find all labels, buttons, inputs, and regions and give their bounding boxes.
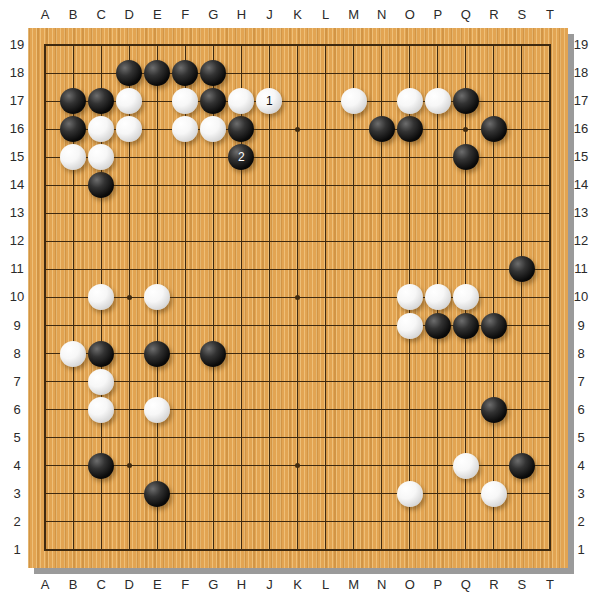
col-label-top: H: [228, 7, 254, 23]
white-stone: [341, 88, 367, 114]
black-stone: [481, 116, 507, 142]
white-stone: [116, 88, 142, 114]
row-label-left: 16: [4, 121, 30, 137]
col-label-bottom: M: [341, 577, 367, 593]
col-label-bottom: J: [256, 577, 282, 593]
row-label-right: 14: [568, 177, 594, 193]
row-label-right: 17: [568, 93, 594, 109]
col-label-top: D: [116, 7, 142, 23]
row-label-left: 15: [4, 149, 30, 165]
col-label-bottom: H: [228, 577, 254, 593]
col-label-bottom: O: [397, 577, 423, 593]
row-label-right: 12: [568, 233, 594, 249]
col-label-top: E: [144, 7, 170, 23]
col-label-top: J: [256, 7, 282, 23]
white-stone: [116, 116, 142, 142]
col-label-bottom: Q: [453, 577, 479, 593]
row-label-right: 7: [568, 374, 594, 390]
row-label-left: 13: [4, 205, 30, 221]
black-stone: [144, 341, 170, 367]
white-stone: [397, 88, 423, 114]
col-label-bottom: N: [369, 577, 395, 593]
white-stone: [481, 481, 507, 507]
col-label-top: M: [341, 7, 367, 23]
grid-line-horizontal: [44, 353, 551, 354]
row-label-left: 6: [4, 402, 30, 418]
row-label-right: 4: [568, 458, 594, 474]
star-point: [127, 463, 132, 468]
row-label-left: 18: [4, 65, 30, 81]
col-label-bottom: B: [60, 577, 86, 593]
col-label-bottom: L: [313, 577, 339, 593]
col-label-top: T: [537, 7, 563, 23]
row-label-left: 3: [4, 486, 30, 502]
row-label-left: 9: [4, 318, 30, 334]
black-stone: [397, 116, 423, 142]
white-stone: [200, 116, 226, 142]
col-label-bottom: T: [537, 577, 563, 593]
white-stone: [228, 88, 254, 114]
row-label-right: 11: [568, 261, 594, 277]
white-stone: [88, 284, 114, 310]
grid-line-horizontal: [44, 437, 551, 438]
grid-line-vertical: [325, 44, 326, 551]
row-label-left: 4: [4, 458, 30, 474]
white-stone: [144, 397, 170, 423]
move-number-label: 2: [228, 144, 254, 170]
black-stone: [116, 60, 142, 86]
white-stone: [453, 284, 479, 310]
black-stone: [60, 116, 86, 142]
row-label-left: 10: [4, 289, 30, 305]
row-label-left: 2: [4, 514, 30, 530]
black-stone: [509, 256, 535, 282]
col-label-bottom: E: [144, 577, 170, 593]
black-stone: [228, 116, 254, 142]
white-stone: [60, 341, 86, 367]
grid-line-vertical: [549, 44, 551, 551]
col-label-top: O: [397, 7, 423, 23]
grid-line-horizontal: [44, 493, 551, 494]
white-stone: [397, 284, 423, 310]
white-stone: [88, 116, 114, 142]
row-label-right: 15: [568, 149, 594, 165]
black-stone: [481, 313, 507, 339]
row-label-right: 10: [568, 289, 594, 305]
white-stone: [172, 116, 198, 142]
white-stone: [172, 88, 198, 114]
row-label-right: 5: [568, 430, 594, 446]
row-label-right: 8: [568, 346, 594, 362]
black-stone: [453, 144, 479, 170]
black-stone: [172, 60, 198, 86]
black-stone: [509, 453, 535, 479]
white-stone: [88, 144, 114, 170]
white-stone: [144, 284, 170, 310]
black-stone: [144, 481, 170, 507]
row-label-left: 14: [4, 177, 30, 193]
col-label-top: G: [200, 7, 226, 23]
row-label-left: 12: [4, 233, 30, 249]
white-stone: [88, 369, 114, 395]
grid-line-vertical: [353, 44, 354, 551]
row-label-right: 1: [568, 542, 594, 558]
grid-line-horizontal: [44, 409, 551, 410]
black-stone: [144, 60, 170, 86]
col-label-bottom: R: [481, 577, 507, 593]
grid-line-horizontal: [44, 521, 551, 522]
row-label-right: 13: [568, 205, 594, 221]
star-point: [295, 295, 300, 300]
col-label-bottom: S: [509, 577, 535, 593]
black-stone: [88, 172, 114, 198]
row-label-left: 19: [4, 37, 30, 53]
row-label-right: 18: [568, 65, 594, 81]
black-stone: [481, 397, 507, 423]
black-stone: [369, 116, 395, 142]
row-label-left: 8: [4, 346, 30, 362]
white-stone: [88, 397, 114, 423]
black-stone: [88, 453, 114, 479]
white-stone: [397, 481, 423, 507]
row-label-right: 9: [568, 318, 594, 334]
col-label-bottom: P: [425, 577, 451, 593]
col-label-bottom: F: [172, 577, 198, 593]
col-label-top: L: [313, 7, 339, 23]
go-diagram-page: 21 AABBCCDDEEFFGGHHJJKKLLMMNNOOPPQQRRSST…: [0, 0, 600, 600]
col-label-top: B: [60, 7, 86, 23]
black-stone: 2: [228, 144, 254, 170]
col-label-top: P: [425, 7, 451, 23]
white-stone: [397, 313, 423, 339]
black-stone: [453, 88, 479, 114]
black-stone: [88, 88, 114, 114]
move-number-label: 1: [256, 88, 282, 114]
black-stone: [425, 313, 451, 339]
black-stone: [200, 341, 226, 367]
row-label-right: 19: [568, 37, 594, 53]
col-label-bottom: A: [32, 577, 58, 593]
col-label-bottom: D: [116, 577, 142, 593]
row-label-left: 11: [4, 261, 30, 277]
black-stone: [200, 60, 226, 86]
black-stone: [200, 88, 226, 114]
row-label-right: 3: [568, 486, 594, 502]
white-stone: [453, 453, 479, 479]
black-stone: [60, 88, 86, 114]
row-label-left: 7: [4, 374, 30, 390]
white-stone: [425, 284, 451, 310]
star-point: [463, 127, 468, 132]
row-label-right: 6: [568, 402, 594, 418]
white-stone: 1: [256, 88, 282, 114]
col-label-top: N: [369, 7, 395, 23]
col-label-top: A: [32, 7, 58, 23]
row-label-right: 2: [568, 514, 594, 530]
col-label-top: Q: [453, 7, 479, 23]
col-label-top: K: [284, 7, 310, 23]
star-point: [295, 463, 300, 468]
row-label-left: 5: [4, 430, 30, 446]
row-label-left: 1: [4, 542, 30, 558]
col-label-top: S: [509, 7, 535, 23]
col-label-top: C: [88, 7, 114, 23]
col-label-top: F: [172, 7, 198, 23]
star-point: [295, 127, 300, 132]
col-label-bottom: C: [88, 577, 114, 593]
grid-line-horizontal: [44, 549, 551, 551]
white-stone: [60, 144, 86, 170]
col-label-top: R: [481, 7, 507, 23]
row-label-right: 16: [568, 121, 594, 137]
star-point: [127, 295, 132, 300]
black-stone: [88, 341, 114, 367]
col-label-bottom: K: [284, 577, 310, 593]
grid-line-horizontal: [44, 381, 551, 382]
goban-board[interactable]: 21: [28, 28, 568, 568]
col-label-bottom: G: [200, 577, 226, 593]
black-stone: [453, 313, 479, 339]
row-label-left: 17: [4, 93, 30, 109]
white-stone: [425, 88, 451, 114]
